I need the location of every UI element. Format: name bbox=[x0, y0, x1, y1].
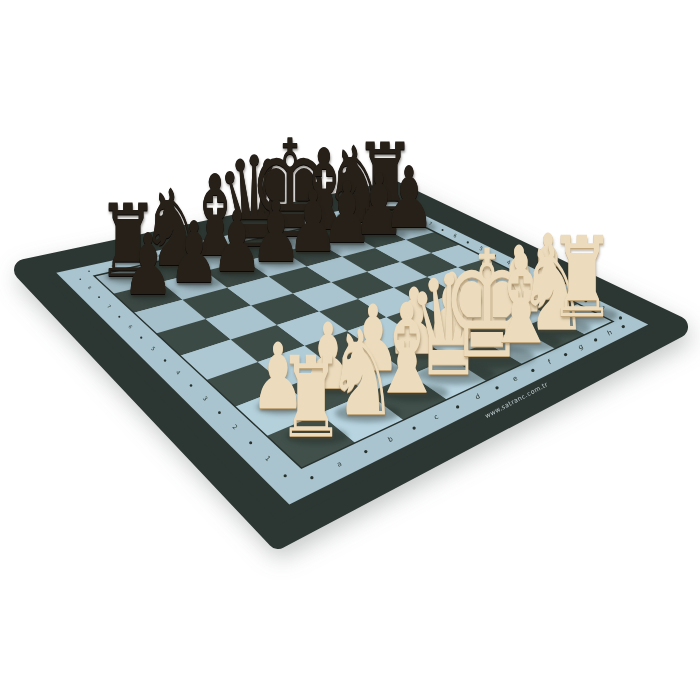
frame-tick bbox=[140, 337, 142, 339]
frame-tick bbox=[495, 386, 498, 389]
frame-tick bbox=[622, 325, 625, 328]
frame-tick bbox=[619, 316, 622, 319]
frame-tick bbox=[118, 316, 120, 318]
frame-tick bbox=[284, 474, 287, 477]
frame-tick bbox=[164, 359, 166, 361]
frame-tick bbox=[564, 353, 567, 356]
frame-tick bbox=[442, 229, 444, 231]
frame-tick bbox=[310, 476, 313, 479]
frame-tick bbox=[456, 405, 459, 408]
frame-tick bbox=[255, 233, 257, 235]
frame-tick bbox=[493, 254, 495, 256]
frame-tick bbox=[531, 369, 534, 372]
chess-board-mat: aabbccddeeffgghh8877665544332211www.satr… bbox=[0, 0, 700, 700]
chess-set-photo: aabbccddeeffgghh8877665544332211www.satr… bbox=[0, 0, 700, 700]
frame-tick bbox=[381, 205, 383, 207]
frame-tick bbox=[395, 206, 397, 208]
frame-tick bbox=[584, 299, 587, 302]
frame-tick bbox=[594, 338, 597, 341]
frame-tick bbox=[218, 242, 220, 244]
frame-tick bbox=[552, 283, 555, 286]
frame-tick bbox=[322, 218, 324, 220]
frame-tick bbox=[249, 441, 252, 444]
frame-tick bbox=[412, 426, 415, 429]
frame-tick bbox=[353, 211, 355, 213]
frame-tick bbox=[98, 296, 100, 298]
frame-tick bbox=[190, 384, 193, 387]
frame-tick bbox=[218, 411, 221, 414]
frame-tick bbox=[467, 241, 469, 243]
frame-tick bbox=[178, 250, 180, 252]
frame-tick bbox=[88, 271, 90, 273]
frame-tick bbox=[135, 260, 137, 262]
frame-tick bbox=[522, 268, 525, 271]
frame-tick bbox=[290, 225, 292, 227]
frame-tick bbox=[79, 278, 81, 280]
frame-tick bbox=[364, 450, 367, 453]
frame-tick bbox=[418, 217, 420, 219]
